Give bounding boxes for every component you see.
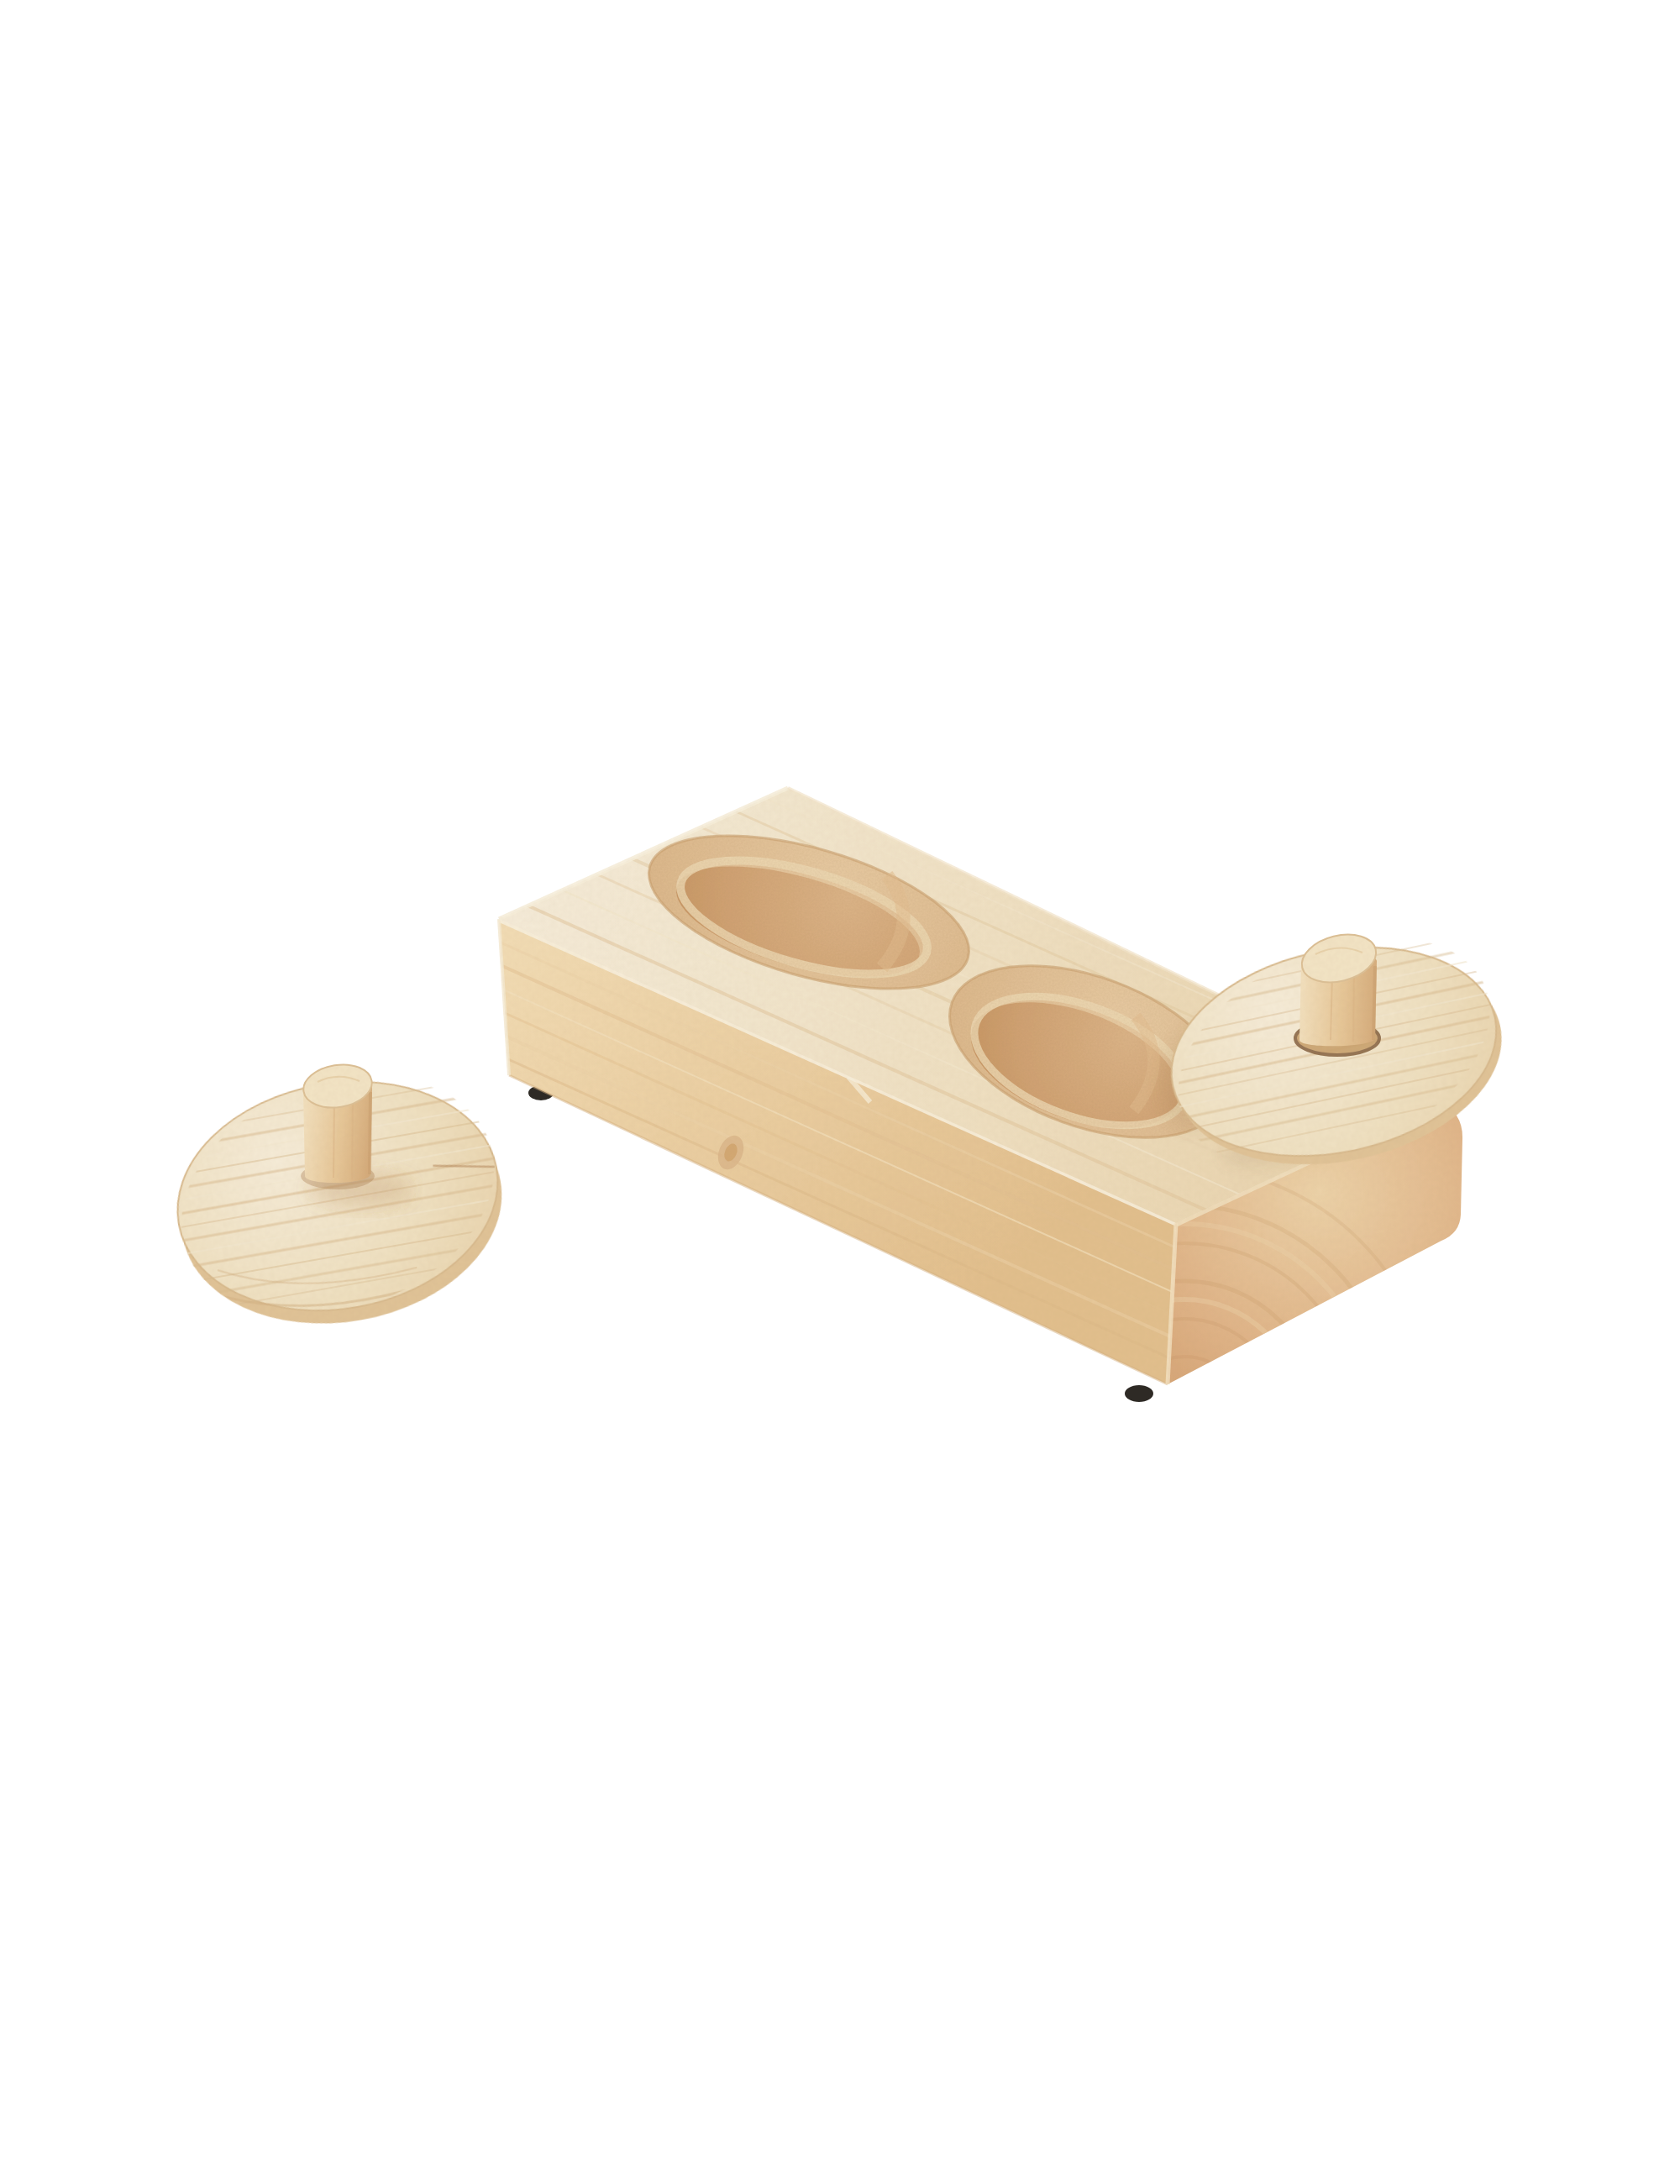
photo-canvas [0,0,1680,2184]
rubber-foot-front-right [1125,1385,1153,1402]
scene-svg [0,0,1680,2184]
